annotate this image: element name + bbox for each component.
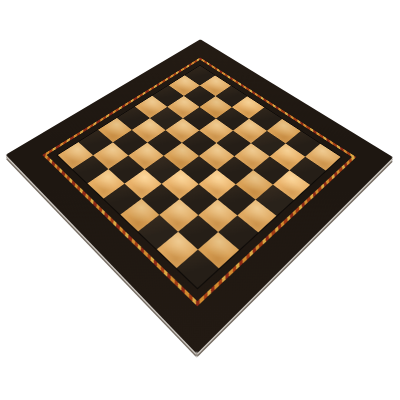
chessboard-frame bbox=[6, 39, 393, 353]
product-photo-canvas bbox=[0, 0, 400, 400]
chessboard-playing-field bbox=[58, 66, 341, 288]
board-edge-thickness bbox=[62, 19, 336, 293]
